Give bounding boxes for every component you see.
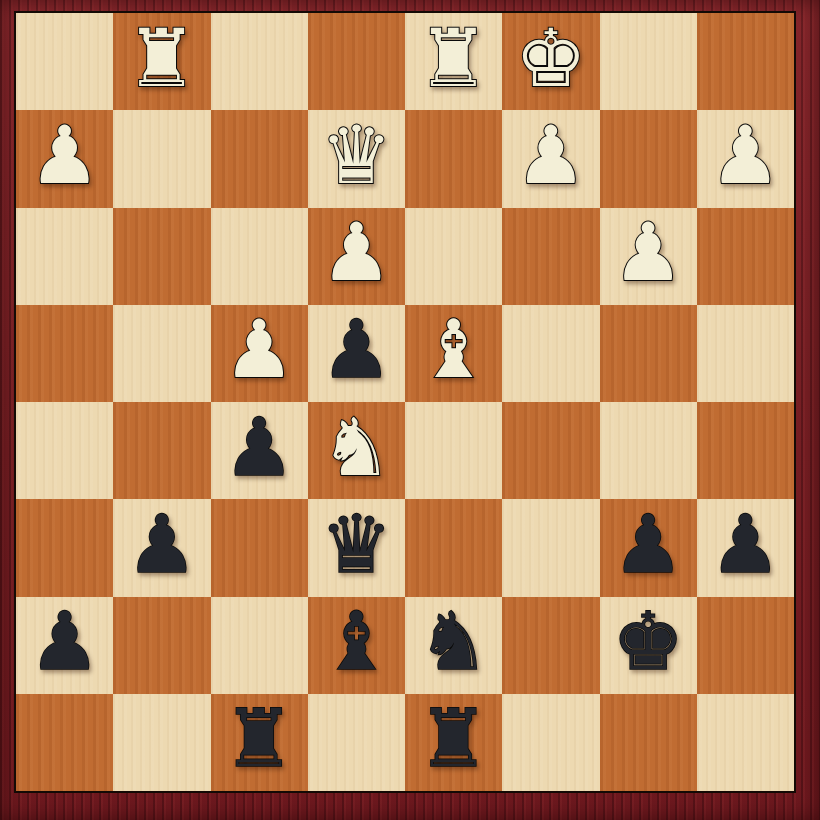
black-pawn[interactable]: ♟ [612, 505, 684, 585]
black-knight[interactable]: ♞ [418, 602, 490, 682]
white-pawn[interactable]: ♟ [515, 116, 587, 196]
square-c8[interactable] [211, 13, 308, 110]
square-d1[interactable] [308, 694, 405, 791]
square-g4[interactable] [600, 402, 697, 499]
black-pawn[interactable]: ♟ [126, 505, 198, 585]
square-d5[interactable]: ♟ [308, 305, 405, 402]
square-f3[interactable] [502, 499, 599, 596]
white-knight[interactable]: ♞ [321, 408, 393, 488]
square-g5[interactable] [600, 305, 697, 402]
square-d6[interactable]: ♟ [308, 208, 405, 305]
white-rook[interactable]: ♜ [418, 19, 490, 99]
square-e8[interactable]: ♜ [405, 13, 502, 110]
square-h8[interactable] [697, 13, 794, 110]
square-e1[interactable]: ♜ [405, 694, 502, 791]
square-h3[interactable]: ♟ [697, 499, 794, 596]
square-d7[interactable]: ♛ [308, 110, 405, 207]
square-e4[interactable] [405, 402, 502, 499]
black-pawn[interactable]: ♟ [710, 505, 782, 585]
square-g3[interactable]: ♟ [600, 499, 697, 596]
black-pawn[interactable]: ♟ [29, 602, 101, 682]
white-pawn[interactable]: ♟ [223, 310, 295, 390]
square-a1[interactable] [16, 694, 113, 791]
square-h5[interactable] [697, 305, 794, 402]
square-d8[interactable] [308, 13, 405, 110]
black-pawn[interactable]: ♟ [223, 408, 295, 488]
chess-board: ♜♜♚♟♛♟♟♟♟♟♟♝♟♞♟♛♟♟♟♝♞♚♜♜ [14, 11, 796, 793]
square-a6[interactable] [16, 208, 113, 305]
white-pawn[interactable]: ♟ [321, 213, 393, 293]
square-c3[interactable] [211, 499, 308, 596]
square-b2[interactable] [113, 597, 210, 694]
square-b8[interactable]: ♜ [113, 13, 210, 110]
white-pawn[interactable]: ♟ [612, 213, 684, 293]
square-e3[interactable] [405, 499, 502, 596]
square-b6[interactable] [113, 208, 210, 305]
white-pawn[interactable]: ♟ [710, 116, 782, 196]
square-c1[interactable]: ♜ [211, 694, 308, 791]
black-queen[interactable]: ♛ [321, 505, 393, 585]
square-e7[interactable] [405, 110, 502, 207]
square-e6[interactable] [405, 208, 502, 305]
square-g8[interactable] [600, 13, 697, 110]
square-f6[interactable] [502, 208, 599, 305]
square-b7[interactable] [113, 110, 210, 207]
square-a8[interactable] [16, 13, 113, 110]
square-g6[interactable]: ♟ [600, 208, 697, 305]
square-c7[interactable] [211, 110, 308, 207]
square-d2[interactable]: ♝ [308, 597, 405, 694]
square-b1[interactable] [113, 694, 210, 791]
square-h4[interactable] [697, 402, 794, 499]
square-a3[interactable] [16, 499, 113, 596]
square-e5[interactable]: ♝ [405, 305, 502, 402]
square-d3[interactable]: ♛ [308, 499, 405, 596]
square-f7[interactable]: ♟ [502, 110, 599, 207]
black-king[interactable]: ♚ [612, 602, 684, 682]
white-rook[interactable]: ♜ [126, 19, 198, 99]
white-pawn[interactable]: ♟ [29, 116, 101, 196]
square-a4[interactable] [16, 402, 113, 499]
square-c4[interactable]: ♟ [211, 402, 308, 499]
square-h2[interactable] [697, 597, 794, 694]
square-a7[interactable]: ♟ [16, 110, 113, 207]
square-f5[interactable] [502, 305, 599, 402]
white-king[interactable]: ♚ [515, 19, 587, 99]
square-f8[interactable]: ♚ [502, 13, 599, 110]
square-f1[interactable] [502, 694, 599, 791]
white-queen[interactable]: ♛ [321, 116, 393, 196]
square-b4[interactable] [113, 402, 210, 499]
square-c2[interactable] [211, 597, 308, 694]
black-bishop[interactable]: ♝ [321, 602, 393, 682]
square-g1[interactable] [600, 694, 697, 791]
black-rook[interactable]: ♜ [223, 699, 295, 779]
square-a2[interactable]: ♟ [16, 597, 113, 694]
square-b5[interactable] [113, 305, 210, 402]
white-bishop[interactable]: ♝ [418, 310, 490, 390]
square-h7[interactable]: ♟ [697, 110, 794, 207]
black-pawn[interactable]: ♟ [321, 310, 393, 390]
square-h6[interactable] [697, 208, 794, 305]
square-h1[interactable] [697, 694, 794, 791]
board-frame: ♜♜♚♟♛♟♟♟♟♟♟♝♟♞♟♛♟♟♟♝♞♚♜♜ [0, 0, 820, 820]
square-f2[interactable] [502, 597, 599, 694]
square-c6[interactable] [211, 208, 308, 305]
square-f4[interactable] [502, 402, 599, 499]
square-a5[interactable] [16, 305, 113, 402]
square-e2[interactable]: ♞ [405, 597, 502, 694]
square-g2[interactable]: ♚ [600, 597, 697, 694]
black-rook[interactable]: ♜ [418, 699, 490, 779]
square-c5[interactable]: ♟ [211, 305, 308, 402]
square-d4[interactable]: ♞ [308, 402, 405, 499]
square-b3[interactable]: ♟ [113, 499, 210, 596]
square-g7[interactable] [600, 110, 697, 207]
